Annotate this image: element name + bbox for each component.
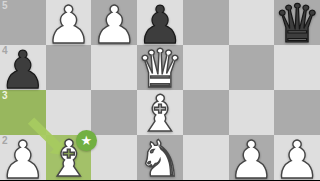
white-queen[interactable]: ♛ [137,45,183,90]
white-pawn-glyph: ♟ [228,134,275,181]
white-pawn-glyph: ♟ [274,134,320,181]
white-pawn-glyph: ♟ [0,134,46,181]
white-bishop[interactable]: ♝ [137,90,183,135]
square-b5[interactable]: ♟ [46,0,92,45]
square-a2[interactable]: 2♟ [0,135,46,180]
best-move-badge: ★ [76,130,97,151]
chess-board-viewport: 5♟♟♟♛4♟♛3♝2♟♝♞♟♟ ★ [0,0,320,180]
white-pawn[interactable]: ♟ [0,135,46,180]
square-a4[interactable]: 4♟ [0,45,46,90]
square-g5[interactable]: ♛ [274,0,320,45]
square-e2[interactable] [183,135,229,180]
white-knight[interactable]: ♞ [137,135,183,180]
black-queen[interactable]: ♛ [274,0,320,45]
white-pawn[interactable]: ♟ [274,135,320,180]
square-d4[interactable]: ♛ [137,45,183,90]
square-g3[interactable] [274,90,320,135]
square-g2[interactable]: ♟ [274,135,320,180]
black-pawn[interactable]: ♟ [0,45,46,90]
square-c3[interactable] [91,90,137,135]
star-icon: ★ [81,134,93,147]
square-d2[interactable]: ♞ [137,135,183,180]
black-queen-glyph: ♛ [273,0,320,50]
square-d3[interactable]: ♝ [137,90,183,135]
white-pawn-glyph: ♟ [45,0,92,51]
white-knight-glyph: ♞ [138,134,183,181]
white-pawn[interactable]: ♟ [46,0,92,45]
square-f5[interactable] [229,0,275,45]
square-e4[interactable] [183,45,229,90]
white-pawn[interactable]: ♟ [91,0,137,45]
white-pawn[interactable]: ♟ [229,135,275,180]
square-c2[interactable] [91,135,137,180]
white-pawn-glyph: ♟ [91,0,138,51]
black-pawn-glyph: ♟ [0,44,46,96]
square-f3[interactable] [229,90,275,135]
square-e3[interactable] [183,90,229,135]
chess-board: 5♟♟♟♛4♟♛3♝2♟♝♞♟♟ [0,0,320,180]
square-f2[interactable]: ♟ [229,135,275,180]
square-a5[interactable]: 5 [0,0,46,45]
square-b3[interactable] [46,90,92,135]
square-f4[interactable] [229,45,275,90]
rank-label-5: 5 [2,0,8,12]
square-e5[interactable] [183,0,229,45]
square-c5[interactable]: ♟ [91,0,137,45]
